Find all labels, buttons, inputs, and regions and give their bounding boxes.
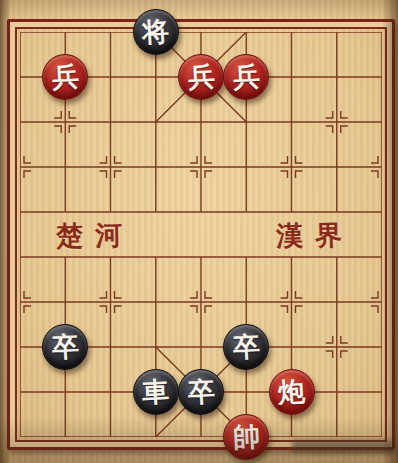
piece-red-soldier[interactable]: 兵	[223, 54, 269, 100]
piece-black-soldier[interactable]: 卒	[42, 324, 88, 370]
piece-black-soldier[interactable]: 卒	[178, 369, 224, 415]
piece-character: 兵	[187, 62, 215, 90]
piece-character: 兵	[51, 62, 79, 90]
piece-red-general[interactable]: 帥	[223, 414, 269, 460]
piece-character: 卒	[51, 332, 79, 360]
piece-character: 将	[142, 17, 170, 45]
piece-black-soldier[interactable]: 卒	[223, 324, 269, 370]
piece-character: 卒	[187, 377, 215, 405]
xiangqi-board-screenshot: 楚河 漢界 将兵兵兵卒卒車卒炮帥	[0, 0, 398, 463]
piece-character: 帥	[232, 422, 260, 450]
piece-character: 炮	[277, 377, 305, 405]
piece-character: 卒	[232, 332, 260, 360]
piece-character: 車	[142, 377, 170, 405]
piece-red-soldier[interactable]: 兵	[42, 54, 88, 100]
piece-red-soldier[interactable]: 兵	[178, 54, 224, 100]
piece-black-chariot[interactable]: 車	[133, 369, 179, 415]
river-label-han-jie: 漢界	[276, 216, 398, 255]
piece-black-general[interactable]: 将	[133, 9, 179, 55]
river-label-chu-he: 楚河	[56, 216, 207, 255]
watermark-smudge	[292, 440, 392, 453]
piece-character: 兵	[232, 62, 260, 90]
piece-red-cannon[interactable]: 炮	[269, 369, 315, 415]
